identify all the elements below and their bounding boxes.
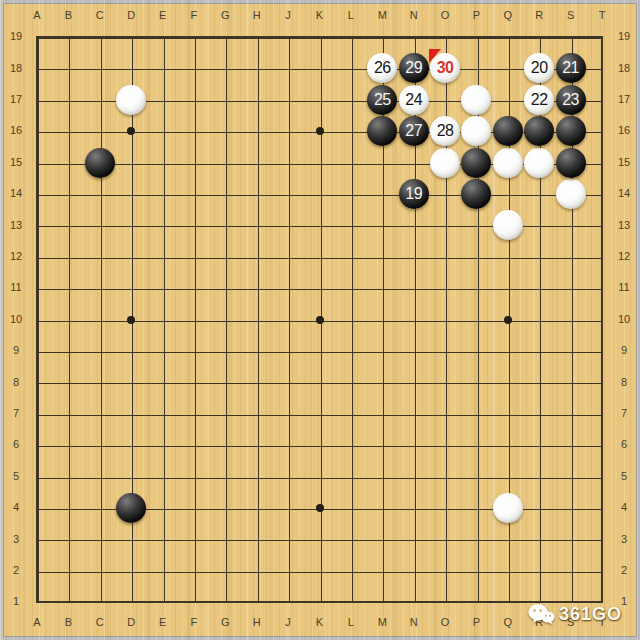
column-label: E bbox=[147, 611, 178, 633]
column-label: N bbox=[398, 4, 429, 26]
row-label: 12 bbox=[3, 241, 29, 272]
row-label: 16 bbox=[611, 115, 637, 146]
row-label: 15 bbox=[611, 147, 637, 178]
column-label: H bbox=[241, 4, 272, 26]
stone-white-Q4 bbox=[493, 493, 523, 523]
move-number: 27 bbox=[405, 123, 422, 139]
move-number: 29 bbox=[405, 60, 422, 76]
stones-layer: 192021222324252627282930 bbox=[21, 21, 618, 618]
column-label: F bbox=[178, 611, 209, 633]
stone-white-N17: 24 bbox=[399, 85, 429, 115]
stone-black-N14: 19 bbox=[399, 179, 429, 209]
column-label: M bbox=[367, 611, 398, 633]
row-label: 18 bbox=[3, 53, 29, 84]
row-label: 11 bbox=[3, 272, 29, 303]
row-label: 2 bbox=[3, 555, 29, 586]
move-number: 21 bbox=[562, 60, 579, 76]
stone-white-P17 bbox=[461, 85, 491, 115]
row-label: 11 bbox=[611, 272, 637, 303]
go-board-diagram: 192021222324252627282930 ABCDEFGHJKLMNOP… bbox=[0, 0, 640, 640]
stone-black-N18: 29 bbox=[399, 53, 429, 83]
column-label: P bbox=[461, 611, 492, 633]
row-label: 8 bbox=[3, 367, 29, 398]
row-label: 4 bbox=[3, 492, 29, 523]
stone-white-P16 bbox=[461, 116, 491, 146]
stone-black-S18: 21 bbox=[556, 53, 586, 83]
stone-black-P15 bbox=[461, 148, 491, 178]
move-number: 20 bbox=[531, 60, 548, 76]
row-label: 2 bbox=[611, 555, 637, 586]
column-label: R bbox=[524, 4, 555, 26]
row-labels-right: 19181716151413121110987654321 bbox=[611, 21, 637, 618]
row-label: 7 bbox=[3, 398, 29, 429]
column-label: O bbox=[429, 4, 460, 26]
row-label: 13 bbox=[3, 210, 29, 241]
row-label: 3 bbox=[3, 524, 29, 555]
stone-white-R18: 20 bbox=[524, 53, 554, 83]
stone-white-O16: 28 bbox=[430, 116, 460, 146]
column-labels-top: ABCDEFGHJKLMNOPQRST bbox=[21, 4, 618, 26]
column-label: E bbox=[147, 4, 178, 26]
stone-white-S14 bbox=[556, 179, 586, 209]
stone-black-S17: 23 bbox=[556, 85, 586, 115]
column-label: D bbox=[115, 611, 146, 633]
stone-black-N16: 27 bbox=[399, 116, 429, 146]
row-label: 6 bbox=[611, 429, 637, 460]
row-label: 7 bbox=[611, 398, 637, 429]
row-label: 4 bbox=[611, 492, 637, 523]
column-label: L bbox=[335, 611, 366, 633]
stone-white-M18: 26 bbox=[367, 53, 397, 83]
column-label: B bbox=[53, 611, 84, 633]
row-label: 10 bbox=[611, 304, 637, 335]
stone-black-R16 bbox=[524, 116, 554, 146]
move-number: 24 bbox=[405, 92, 422, 108]
stone-black-M17: 25 bbox=[367, 85, 397, 115]
watermark: 361GO bbox=[528, 603, 622, 625]
column-label: S bbox=[555, 4, 586, 26]
row-label: 9 bbox=[611, 335, 637, 366]
column-label: F bbox=[178, 4, 209, 26]
row-label: 6 bbox=[3, 429, 29, 460]
stone-white-R17: 22 bbox=[524, 85, 554, 115]
column-label: Q bbox=[492, 4, 523, 26]
stone-black-S16 bbox=[556, 116, 586, 146]
column-label: Q bbox=[492, 611, 523, 633]
column-label: G bbox=[210, 611, 241, 633]
row-labels-left: 19181716151413121110987654321 bbox=[3, 21, 29, 618]
move-number: 22 bbox=[531, 92, 548, 108]
column-label: P bbox=[461, 4, 492, 26]
column-label: H bbox=[241, 611, 272, 633]
stone-white-D17 bbox=[116, 85, 146, 115]
row-label: 16 bbox=[3, 115, 29, 146]
row-label: 13 bbox=[611, 210, 637, 241]
wechat-icon bbox=[528, 603, 555, 625]
row-label: 18 bbox=[611, 53, 637, 84]
column-label: N bbox=[398, 611, 429, 633]
row-label: 14 bbox=[611, 178, 637, 209]
row-label: 10 bbox=[3, 304, 29, 335]
stone-black-C15 bbox=[85, 148, 115, 178]
move-number: 23 bbox=[562, 92, 579, 108]
watermark-text: 361GO bbox=[559, 604, 622, 625]
column-label: B bbox=[53, 4, 84, 26]
row-label: 8 bbox=[611, 367, 637, 398]
row-label: 5 bbox=[611, 461, 637, 492]
row-label: 19 bbox=[3, 21, 29, 52]
column-label: K bbox=[304, 4, 335, 26]
move-number: 26 bbox=[374, 60, 391, 76]
row-label: 3 bbox=[611, 524, 637, 555]
row-label: 9 bbox=[3, 335, 29, 366]
stone-black-S15 bbox=[556, 148, 586, 178]
move-number: 19 bbox=[405, 186, 422, 202]
column-label: M bbox=[367, 4, 398, 26]
stone-black-P14 bbox=[461, 179, 491, 209]
row-label: 12 bbox=[611, 241, 637, 272]
stone-white-Q15 bbox=[493, 148, 523, 178]
row-label: 17 bbox=[611, 84, 637, 115]
column-label: G bbox=[210, 4, 241, 26]
stone-black-Q16 bbox=[493, 116, 523, 146]
column-label: J bbox=[272, 611, 303, 633]
row-label: 1 bbox=[3, 586, 29, 617]
row-label: 5 bbox=[3, 461, 29, 492]
column-label: C bbox=[84, 611, 115, 633]
row-label: 14 bbox=[3, 178, 29, 209]
column-label: J bbox=[272, 4, 303, 26]
stone-white-O18: 30 bbox=[430, 53, 460, 83]
column-label: O bbox=[429, 611, 460, 633]
column-label: K bbox=[304, 611, 335, 633]
row-label: 17 bbox=[3, 84, 29, 115]
stone-black-D4 bbox=[116, 493, 146, 523]
move-number: 28 bbox=[437, 123, 454, 139]
row-label: 15 bbox=[3, 147, 29, 178]
stone-white-R15 bbox=[524, 148, 554, 178]
row-label: 19 bbox=[611, 21, 637, 52]
column-label: L bbox=[335, 4, 366, 26]
stone-black-M16 bbox=[367, 116, 397, 146]
stone-white-Q13 bbox=[493, 210, 523, 240]
column-label: D bbox=[115, 4, 146, 26]
last-move-triangle-icon bbox=[429, 49, 441, 63]
stone-white-O15 bbox=[430, 148, 460, 178]
move-number: 25 bbox=[374, 92, 391, 108]
column-label: C bbox=[84, 4, 115, 26]
